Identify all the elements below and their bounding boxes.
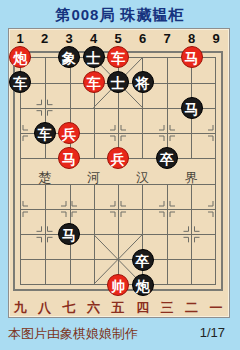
- black-soldier[interactable]: 卒: [132, 249, 154, 271]
- page-title: 第008局 珠藏韫柜: [0, 6, 240, 25]
- puzzle-page: 第008局 珠藏韫柜 炮象士车马车车士将马车兵马兵卒马卒帅炮 本图片由象棋娘娘制…: [0, 0, 240, 350]
- black-chariot[interactable]: 车: [34, 122, 56, 144]
- file-number-top: 2: [34, 31, 56, 46]
- file-number-top: 6: [132, 31, 154, 46]
- red-cannon[interactable]: 炮: [9, 46, 31, 68]
- river-text: 汉: [134, 169, 152, 187]
- file-number-bottom: 八: [34, 299, 56, 317]
- red-horse[interactable]: 马: [181, 46, 203, 68]
- black-elephant[interactable]: 象: [58, 46, 80, 68]
- credit-text: 本图片由象棋娘娘制作: [8, 325, 138, 343]
- red-general[interactable]: 帅: [107, 274, 129, 296]
- red-chariot[interactable]: 车: [83, 71, 105, 93]
- river-text: 界: [183, 169, 201, 187]
- file-number-bottom: 一: [205, 299, 227, 317]
- file-number-top: 9: [205, 31, 227, 46]
- file-number-top: 5: [107, 31, 129, 46]
- file-number-bottom: 五: [107, 299, 129, 317]
- red-soldier[interactable]: 兵: [58, 122, 80, 144]
- black-cannon[interactable]: 炮: [132, 274, 154, 296]
- river-text: 楚: [36, 169, 54, 187]
- file-number-top: 4: [83, 31, 105, 46]
- page-indicator: 1/17: [200, 325, 225, 340]
- black-general[interactable]: 将: [132, 71, 154, 93]
- file-number-bottom: 二: [181, 299, 203, 317]
- file-number-top: 7: [156, 31, 178, 46]
- black-horse[interactable]: 马: [181, 97, 203, 119]
- red-chariot[interactable]: 车: [107, 46, 129, 68]
- file-number-bottom: 九: [9, 299, 31, 317]
- river-text: 河: [85, 169, 103, 187]
- file-number-bottom: 七: [58, 299, 80, 317]
- black-advisor[interactable]: 士: [83, 46, 105, 68]
- file-number-top: 1: [9, 31, 31, 46]
- file-number-bottom: 四: [132, 299, 154, 317]
- file-number-top: 8: [181, 31, 203, 46]
- file-number-bottom: 六: [83, 299, 105, 317]
- file-number-top: 3: [58, 31, 80, 46]
- file-number-bottom: 三: [156, 299, 178, 317]
